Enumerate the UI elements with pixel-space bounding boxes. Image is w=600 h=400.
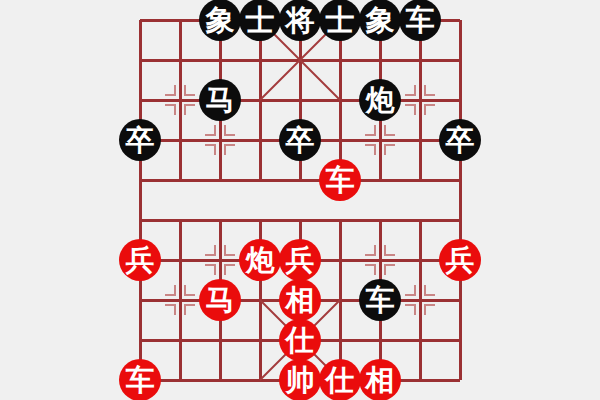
piece-black-horse[interactable]: 马	[199, 79, 241, 121]
piece-black-soldier[interactable]: 卒	[119, 119, 161, 161]
piece-red-chariot[interactable]: 车	[119, 359, 161, 400]
piece-red-horse[interactable]: 马	[199, 279, 241, 321]
piece-red-advisor[interactable]: 仕	[279, 319, 321, 361]
xiangqi-app: 象士将士象车马炮卒卒卒车兵炮兵兵马相车仕车帅仕相	[0, 0, 600, 400]
piece-black-advisor[interactable]: 士	[239, 0, 281, 41]
piece-black-elephant[interactable]: 象	[359, 0, 401, 41]
piece-red-general[interactable]: 帅	[279, 359, 321, 400]
piece-black-soldier[interactable]: 卒	[279, 119, 321, 161]
piece-red-advisor[interactable]: 仕	[319, 359, 361, 400]
piece-red-soldier[interactable]: 兵	[439, 239, 481, 281]
piece-black-advisor[interactable]: 士	[319, 0, 361, 41]
piece-red-elephant[interactable]: 相	[359, 359, 401, 400]
piece-red-soldier[interactable]: 兵	[279, 239, 321, 281]
piece-red-elephant[interactable]: 相	[279, 279, 321, 321]
piece-black-general[interactable]: 将	[279, 0, 321, 41]
piece-black-chariot[interactable]: 车	[359, 279, 401, 321]
piece-red-soldier[interactable]: 兵	[119, 239, 161, 281]
piece-black-cannon[interactable]: 炮	[359, 79, 401, 121]
piece-black-chariot[interactable]: 车	[399, 0, 441, 41]
xiangqi-board[interactable]: 象士将士象车马炮卒卒卒车兵炮兵兵马相车仕车帅仕相	[120, 0, 480, 400]
piece-black-elephant[interactable]: 象	[199, 0, 241, 41]
piece-red-chariot[interactable]: 车	[319, 159, 361, 201]
piece-red-cannon[interactable]: 炮	[239, 239, 281, 281]
piece-black-soldier[interactable]: 卒	[439, 119, 481, 161]
